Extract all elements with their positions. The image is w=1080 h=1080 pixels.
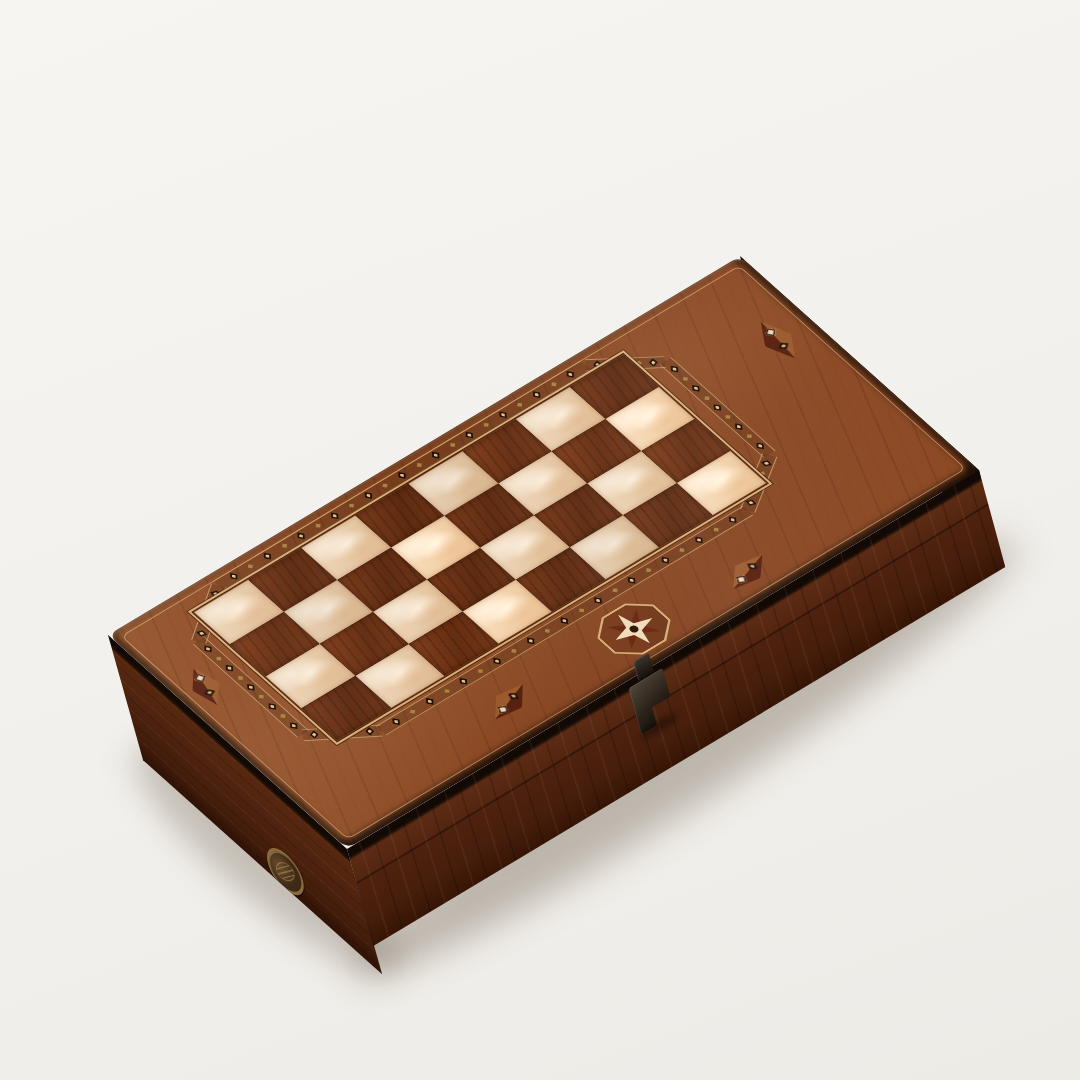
band-diamond-inlay [244, 682, 258, 693]
band-diamond-inlay [625, 575, 639, 586]
kite-inlay [720, 548, 775, 595]
band-diamond-inlay [591, 595, 605, 606]
band-brass-dot [416, 463, 421, 467]
kite-square-detail [765, 328, 775, 336]
band-brass-dot [478, 669, 483, 673]
kite-diamond-detail [505, 690, 521, 701]
band-brass-dot [517, 403, 522, 407]
kite-square-detail [195, 674, 207, 683]
kite-square-detail [736, 576, 747, 584]
kite-diamond-detail [776, 340, 792, 351]
band-brass-dot [410, 710, 415, 714]
band-diamond-inlay [692, 535, 706, 546]
band-diamond-inlay [753, 441, 767, 452]
kite-inlay [748, 315, 808, 365]
band-diamond-inlay [725, 514, 739, 525]
band-diamond-inlay [710, 402, 724, 413]
band-diamond-inlay [423, 696, 437, 707]
band-brass-dot [259, 695, 264, 699]
band-brass-dot [713, 528, 718, 532]
band-brass-dot [383, 484, 388, 488]
product-photo-scene: chess — combination chess/backgammon fol… [0, 0, 1080, 1080]
band-diamond-inlay [309, 730, 320, 739]
band-brass-dot [612, 589, 617, 593]
band-brass-dot [683, 377, 688, 381]
band-diamond-inlay [667, 364, 681, 375]
band-diamond-inlay [201, 644, 215, 655]
band-brass-dot [248, 564, 253, 568]
band-brass-dot [349, 504, 354, 508]
band-diamond-inlay [744, 498, 757, 507]
kite-diamond-detail [202, 687, 218, 698]
band-brass-dot [484, 423, 489, 427]
band-brass-dot [747, 434, 752, 438]
kite-diamond-detail [744, 561, 760, 572]
band-diamond-inlay [265, 701, 279, 712]
band-diamond-inlay [689, 383, 703, 394]
kite-inlay [482, 678, 535, 725]
band-brass-dot [315, 524, 320, 528]
band-diamond-inlay [648, 358, 658, 367]
band-diamond-inlay [557, 615, 571, 626]
band-diamond-inlay [364, 727, 375, 736]
band-brass-dot [450, 443, 455, 447]
band-diamond-inlay [456, 676, 470, 687]
band-brass-dot [545, 629, 550, 633]
band-diamond-inlay [389, 716, 403, 727]
band-diamond-inlay [222, 663, 236, 674]
band-brass-dot [238, 676, 243, 680]
band-diamond-inlay [760, 459, 773, 468]
band-diamond-inlay [732, 421, 746, 432]
band-brass-dot [551, 383, 556, 387]
band-diamond-inlay [658, 555, 672, 566]
band-brass-dot [646, 568, 651, 572]
band-diamond-inlay [524, 635, 538, 646]
band-diamond-inlay [195, 629, 208, 638]
band-brass-dot [726, 415, 731, 419]
band-brass-dot [444, 689, 449, 693]
band-brass-dot [281, 714, 286, 718]
band-brass-dot [579, 609, 584, 613]
kite-square-detail [497, 706, 508, 714]
band-brass-dot [680, 548, 685, 552]
band-diamond-inlay [490, 656, 504, 667]
band-brass-dot [704, 396, 709, 400]
band-brass-dot [282, 544, 287, 548]
band-brass-dot [216, 657, 221, 661]
band-brass-dot [511, 649, 516, 653]
band-diamond-inlay [287, 720, 301, 731]
